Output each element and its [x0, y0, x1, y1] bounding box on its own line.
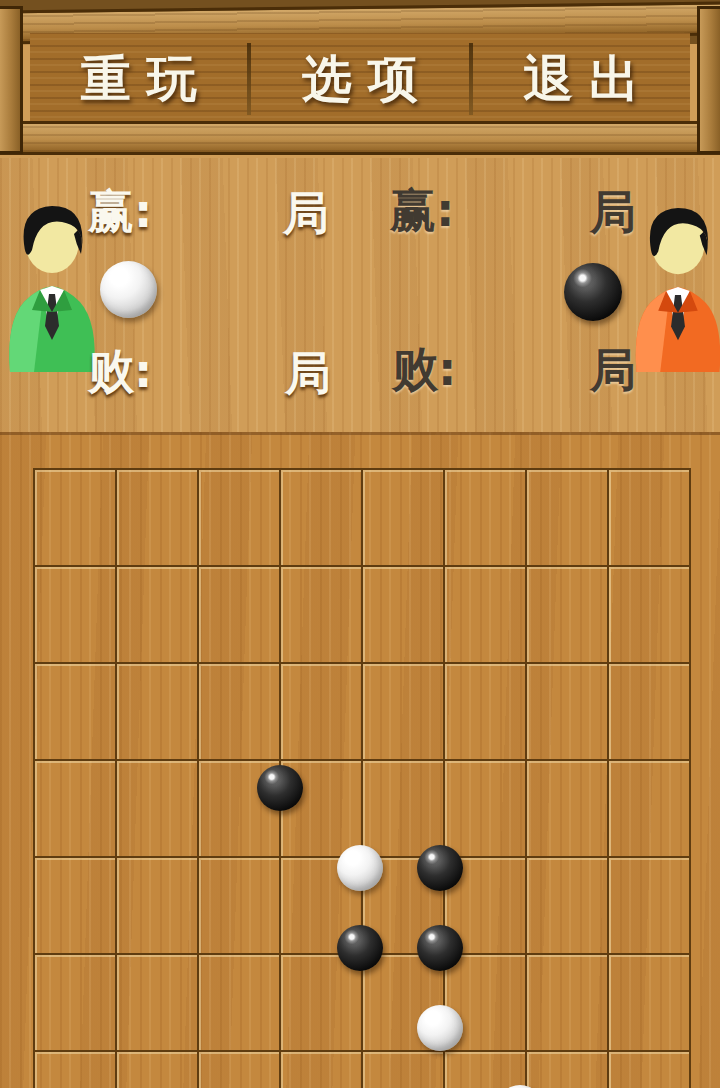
- board-cell[interactable]: [609, 858, 691, 955]
- menu-sign: 重玩 选项 退出: [0, 0, 720, 158]
- right-wins-unit: 局: [590, 187, 636, 238]
- board-cell[interactable]: [35, 761, 117, 858]
- board-cell[interactable]: [609, 761, 691, 858]
- board-cell[interactable]: [281, 664, 363, 761]
- left-player-avatar: [4, 200, 100, 372]
- board-cell[interactable]: [281, 761, 363, 858]
- replay-button[interactable]: 重玩: [30, 33, 247, 125]
- board-cell[interactable]: [527, 761, 609, 858]
- board-cell[interactable]: [281, 858, 363, 955]
- board-cell[interactable]: [363, 567, 445, 664]
- board-cell[interactable]: [199, 567, 281, 664]
- left-wins-unit: 局: [283, 188, 329, 239]
- board-cell[interactable]: [609, 664, 691, 761]
- board-cell[interactable]: [281, 470, 363, 567]
- left-wins-label: 赢:: [88, 186, 152, 237]
- scoreboard-panel: 赢: 局 败: 局 赢: 局 败: 局: [0, 158, 720, 432]
- board-cell[interactable]: [445, 955, 527, 1052]
- right-losses-unit: 局: [590, 345, 636, 396]
- right-player-stone-icon: [564, 263, 622, 321]
- board-cell[interactable]: [117, 761, 199, 858]
- board-cell[interactable]: [363, 664, 445, 761]
- gomoku-app-screen: 赢: 局 败: 局 赢: 局 败: 局: [0, 0, 720, 1088]
- board-cell[interactable]: [117, 470, 199, 567]
- exit-button[interactable]: 退出: [473, 33, 690, 125]
- sign-left-cap: [0, 6, 23, 154]
- board-cell[interactable]: [363, 858, 445, 955]
- board-cell[interactable]: [199, 664, 281, 761]
- board-grid: [33, 468, 691, 1088]
- right-wins-label: 赢:: [390, 185, 454, 236]
- right-player-avatar: [630, 202, 720, 372]
- board-cell[interactable]: [281, 955, 363, 1052]
- board-cell[interactable]: [281, 1052, 363, 1088]
- board-cell[interactable]: [117, 664, 199, 761]
- board-cell[interactable]: [445, 1052, 527, 1088]
- board-cell[interactable]: [609, 955, 691, 1052]
- board-cell[interactable]: [199, 761, 281, 858]
- board-cell[interactable]: [199, 470, 281, 567]
- board-cell[interactable]: [609, 567, 691, 664]
- board-cell[interactable]: [35, 664, 117, 761]
- board-cell[interactable]: [199, 955, 281, 1052]
- game-board: [0, 432, 720, 1088]
- sign-right-cap: [697, 6, 720, 154]
- board-cell[interactable]: [527, 858, 609, 955]
- board-cell[interactable]: [527, 567, 609, 664]
- board-cell[interactable]: [117, 858, 199, 955]
- board-cell[interactable]: [117, 1052, 199, 1088]
- board-cell[interactable]: [35, 955, 117, 1052]
- board-cell[interactable]: [35, 858, 117, 955]
- menu-divider: [247, 43, 251, 115]
- board-cell[interactable]: [199, 858, 281, 955]
- board-cell[interactable]: [445, 470, 527, 567]
- board-cell[interactable]: [609, 1052, 691, 1088]
- menu-bar: 重玩 选项 退出: [30, 33, 690, 125]
- board-cell[interactable]: [527, 664, 609, 761]
- left-losses-unit: 局: [285, 348, 331, 399]
- left-player-stone-icon: [100, 261, 157, 318]
- board-cell[interactable]: [363, 470, 445, 567]
- board-cell[interactable]: [117, 955, 199, 1052]
- board-cell[interactable]: [363, 761, 445, 858]
- board-cell[interactable]: [445, 567, 527, 664]
- board-cell[interactable]: [527, 955, 609, 1052]
- board-cell[interactable]: [445, 761, 527, 858]
- options-button[interactable]: 选项: [251, 33, 468, 125]
- board-cell[interactable]: [281, 567, 363, 664]
- board-cell[interactable]: [35, 1052, 117, 1088]
- board-cell[interactable]: [117, 567, 199, 664]
- board-cell[interactable]: [35, 470, 117, 567]
- left-losses-label: 败:: [88, 346, 152, 397]
- board-cell[interactable]: [527, 470, 609, 567]
- board-cell[interactable]: [445, 858, 527, 955]
- board-cell[interactable]: [363, 955, 445, 1052]
- menu-divider: [469, 43, 473, 115]
- sign-bottom-rail: [0, 121, 720, 155]
- board-cell[interactable]: [363, 1052, 445, 1088]
- board-cell[interactable]: [527, 1052, 609, 1088]
- right-losses-label: 败:: [392, 344, 456, 395]
- board-cell[interactable]: [199, 1052, 281, 1088]
- board-cell[interactable]: [609, 470, 691, 567]
- board-cell[interactable]: [445, 664, 527, 761]
- board-cell[interactable]: [35, 567, 117, 664]
